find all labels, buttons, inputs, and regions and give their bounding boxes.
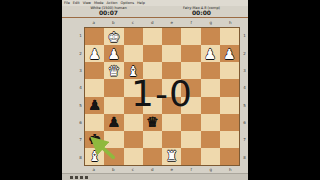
square-d5[interactable] xyxy=(143,97,162,114)
square-g7[interactable] xyxy=(201,131,220,148)
black-pawn-piece[interactable]: ♟ xyxy=(108,115,121,129)
square-f1[interactable] xyxy=(181,28,200,45)
coord-label: e xyxy=(162,167,182,172)
forward-to-end-button[interactable] xyxy=(85,176,88,179)
square-c6[interactable] xyxy=(124,114,143,131)
square-b2[interactable]: ♟ xyxy=(104,45,123,62)
coord-label: d xyxy=(143,20,163,25)
coord-label: 7 xyxy=(242,137,247,142)
square-g8[interactable] xyxy=(201,148,220,165)
square-c3[interactable]: ♝ xyxy=(124,62,143,79)
back-button[interactable] xyxy=(75,176,78,179)
square-g4[interactable] xyxy=(201,79,220,96)
square-c7[interactable] xyxy=(124,131,143,148)
square-d1[interactable] xyxy=(143,28,162,45)
coord-label: 1 xyxy=(78,33,83,38)
square-b4[interactable] xyxy=(104,79,123,96)
square-d6[interactable]: ♛ xyxy=(143,114,162,131)
panel-divider xyxy=(62,17,248,18)
coord-label: 4 xyxy=(242,85,247,90)
coord-label: a xyxy=(84,167,104,172)
white-clock-time: 00:07 xyxy=(62,10,155,16)
white-clock: White (1500) human 00:07 xyxy=(62,6,155,17)
coord-label: c xyxy=(123,20,143,25)
square-a6[interactable] xyxy=(85,114,104,131)
square-e8[interactable]: ♜ xyxy=(162,148,181,165)
white-pawn-piece[interactable]: ♟ xyxy=(204,47,217,61)
square-e2[interactable] xyxy=(162,45,181,62)
square-c1[interactable] xyxy=(124,28,143,45)
control-bar xyxy=(62,173,248,180)
square-c2[interactable] xyxy=(124,45,143,62)
square-b6[interactable]: ♟ xyxy=(104,114,123,131)
coord-label: 5 xyxy=(78,103,83,108)
square-c5[interactable] xyxy=(124,97,143,114)
square-b3[interactable]: ♛ xyxy=(104,62,123,79)
black-pawn-piece[interactable]: ♟ xyxy=(88,98,101,112)
square-d4[interactable] xyxy=(143,79,162,96)
rank-labels-left: 12345678 xyxy=(78,27,83,166)
black-king-piece[interactable]: ♚ xyxy=(88,132,101,146)
coord-label: f xyxy=(182,167,202,172)
square-f3[interactable] xyxy=(181,62,200,79)
coord-label: 7 xyxy=(78,137,83,142)
coord-label: 2 xyxy=(78,51,83,56)
square-f7[interactable] xyxy=(181,131,200,148)
square-a3[interactable] xyxy=(85,62,104,79)
white-pawn-piece[interactable]: ♟ xyxy=(88,47,101,61)
square-f6[interactable] xyxy=(181,114,200,131)
coord-label: 5 xyxy=(242,103,247,108)
coord-label: a xyxy=(84,20,104,25)
coord-label: e xyxy=(162,20,182,25)
square-g6[interactable] xyxy=(201,114,220,131)
square-a8[interactable]: ♝ xyxy=(85,148,104,165)
coord-label: 6 xyxy=(242,120,247,125)
white-rook-piece[interactable]: ♜ xyxy=(165,149,178,163)
coord-label: h xyxy=(221,20,241,25)
chess-board: ♚♟♟♟♟♛♝♟♟♛♚♝♜ xyxy=(84,27,240,166)
white-queen-piece[interactable]: ♛ xyxy=(108,64,121,78)
coord-label: 3 xyxy=(242,68,247,73)
square-d8[interactable] xyxy=(143,148,162,165)
white-bishop-piece[interactable]: ♝ xyxy=(127,64,140,78)
square-g3[interactable] xyxy=(201,62,220,79)
square-g1[interactable] xyxy=(201,28,220,45)
coord-label: 3 xyxy=(78,68,83,73)
square-h2[interactable]: ♟ xyxy=(220,45,239,62)
square-g2[interactable]: ♟ xyxy=(201,45,220,62)
square-g5[interactable] xyxy=(201,97,220,114)
square-h1[interactable] xyxy=(220,28,239,45)
coord-label: 8 xyxy=(242,155,247,160)
square-a1[interactable] xyxy=(85,28,104,45)
coord-label: h xyxy=(221,167,241,172)
square-f4[interactable] xyxy=(181,79,200,96)
square-a4[interactable] xyxy=(85,79,104,96)
square-d3[interactable] xyxy=(143,62,162,79)
square-h5[interactable] xyxy=(220,97,239,114)
xboard-window: FileEditViewModeActionOptionsHelp White … xyxy=(62,0,248,180)
black-clock-time: 00:00 xyxy=(155,10,248,16)
white-bishop-piece[interactable]: ♝ xyxy=(88,149,101,163)
forward-button[interactable] xyxy=(80,176,83,179)
square-h7[interactable] xyxy=(220,131,239,148)
black-clock: Fairy-Max 4.8 (comp) 00:00 xyxy=(155,6,248,17)
file-labels-top: abcdefgh xyxy=(84,20,240,25)
file-labels-bottom: abcdefgh xyxy=(84,167,240,172)
square-e4[interactable] xyxy=(162,79,181,96)
square-c8[interactable] xyxy=(124,148,143,165)
square-h4[interactable] xyxy=(220,79,239,96)
square-b7[interactable] xyxy=(104,131,123,148)
square-f2[interactable] xyxy=(181,45,200,62)
square-a5[interactable]: ♟ xyxy=(85,97,104,114)
coord-label: 2 xyxy=(242,51,247,56)
rewind-to-start-button[interactable] xyxy=(70,176,73,179)
square-h8[interactable] xyxy=(220,148,239,165)
square-d7[interactable] xyxy=(143,131,162,148)
coord-label: c xyxy=(123,167,143,172)
coord-label: 6 xyxy=(78,120,83,125)
square-b8[interactable] xyxy=(104,148,123,165)
square-e6[interactable] xyxy=(162,114,181,131)
square-b1[interactable]: ♚ xyxy=(104,28,123,45)
coord-label: g xyxy=(201,167,221,172)
square-e5[interactable] xyxy=(162,97,181,114)
white-pawn-piece[interactable]: ♟ xyxy=(108,47,121,61)
square-e7[interactable] xyxy=(162,131,181,148)
coord-label: b xyxy=(104,20,124,25)
square-a7[interactable]: ♚ xyxy=(85,131,104,148)
square-d2[interactable] xyxy=(143,45,162,62)
coord-label: g xyxy=(201,20,221,25)
square-f8[interactable] xyxy=(181,148,200,165)
square-h6[interactable] xyxy=(220,114,239,131)
coord-label: 8 xyxy=(78,155,83,160)
coord-label: 4 xyxy=(78,85,83,90)
square-e1[interactable] xyxy=(162,28,181,45)
video-frame: FileEditViewModeActionOptionsHelp White … xyxy=(0,0,320,180)
rank-labels-right: 12345678 xyxy=(242,27,247,166)
coord-label: 1 xyxy=(242,33,247,38)
square-b5[interactable] xyxy=(104,97,123,114)
square-e3[interactable] xyxy=(162,62,181,79)
coord-label: b xyxy=(104,167,124,172)
coord-label: f xyxy=(182,20,202,25)
square-c4[interactable] xyxy=(124,79,143,96)
white-pawn-piece[interactable]: ♟ xyxy=(223,47,236,61)
black-queen-piece[interactable]: ♛ xyxy=(146,115,159,129)
square-a2[interactable]: ♟ xyxy=(85,45,104,62)
white-king-piece[interactable]: ♚ xyxy=(108,30,121,44)
square-f5[interactable] xyxy=(181,97,200,114)
clock-panel: White (1500) human 00:07 Fairy-Max 4.8 (… xyxy=(62,6,248,17)
coord-label: d xyxy=(143,167,163,172)
square-h3[interactable] xyxy=(220,62,239,79)
